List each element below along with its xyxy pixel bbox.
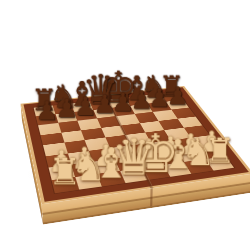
board-grid: ♜♞♝♛♚♝♞♜♟♟♟♟♟♟♟♟♟♟♟♟♟♟♟♟♜♞♝♛♚♝♞♜ xyxy=(34,92,234,193)
square-b6 xyxy=(58,121,81,133)
square-b1: ♞ xyxy=(75,174,102,190)
chess-set-product-photo: ♜♞♝♛♚♝♞♜♟♟♟♟♟♟♟♟♟♟♟♟♟♟♟♟♜♞♝♛♚♝♞♜ xyxy=(0,0,250,250)
box-front-fold-seam xyxy=(150,188,153,206)
chess-board-3d: ♜♞♝♛♚♝♞♜♟♟♟♟♟♟♟♟♟♟♟♟♟♟♟♟♜♞♝♛♚♝♞♜ xyxy=(21,86,250,204)
chess-scene: ♜♞♝♛♚♝♞♜♟♟♟♟♟♟♟♟♟♟♟♟♟♟♟♟♜♞♝♛♚♝♞♜ xyxy=(0,0,250,250)
square-c6 xyxy=(77,118,100,130)
square-f5 xyxy=(139,121,164,133)
